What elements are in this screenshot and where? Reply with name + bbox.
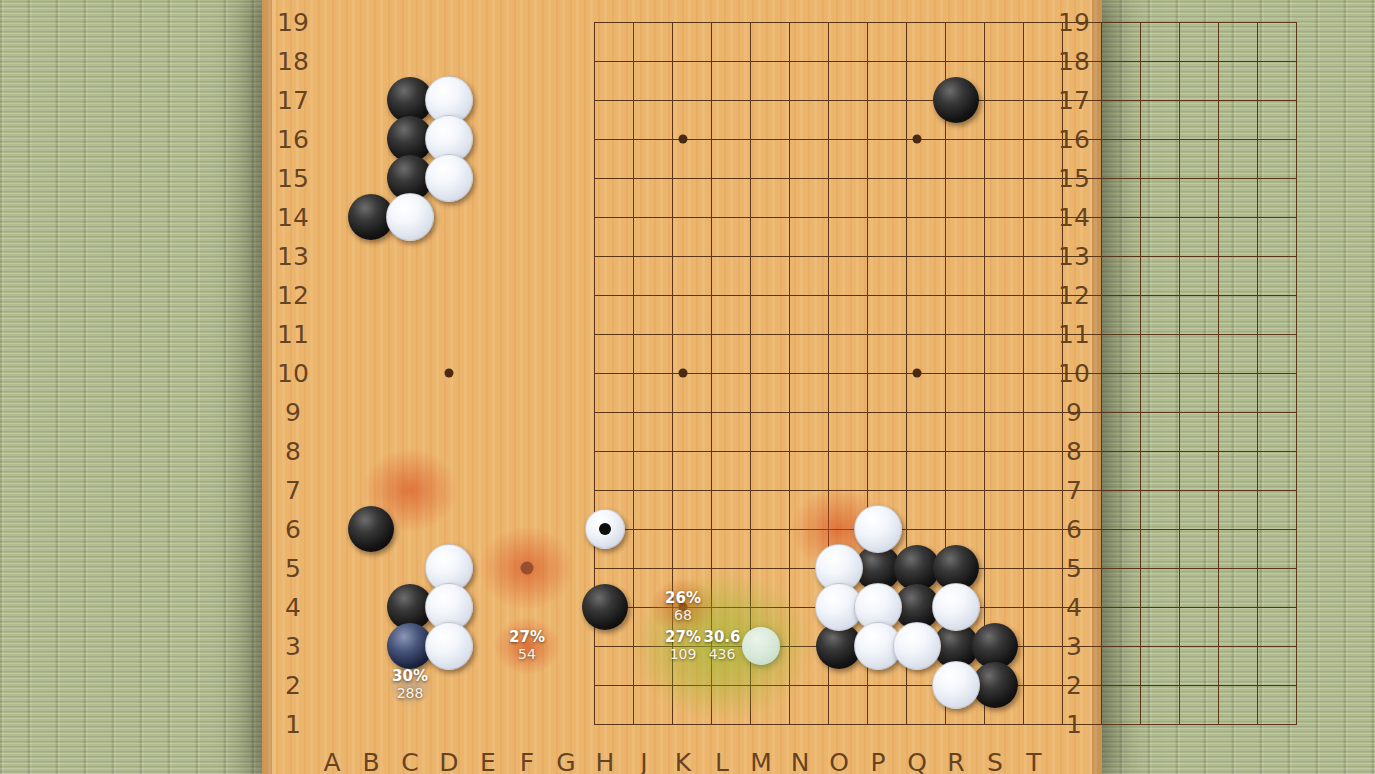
coord-column-label: K	[675, 748, 691, 774]
coord-row-label-left: 15	[277, 164, 309, 193]
coord-row-label-left: 17	[277, 86, 309, 115]
coord-column-label: M	[750, 748, 772, 774]
coord-column-label: S	[987, 748, 1003, 774]
white-stone[interactable]	[854, 505, 902, 553]
coord-row-label-right: 19	[1058, 8, 1090, 37]
coord-row-label-left: 4	[285, 593, 301, 622]
suggested-move-ghost-stone[interactable]	[742, 627, 780, 665]
coord-row-label-left: 7	[285, 476, 301, 505]
coord-row-label-left: 3	[285, 632, 301, 661]
coord-row-label-right: 17	[1058, 86, 1090, 115]
white-stone[interactable]	[425, 622, 473, 670]
star-point	[679, 369, 688, 378]
coord-column-label: A	[323, 748, 340, 774]
coord-column-label: O	[829, 748, 849, 774]
candidate-move-circle[interactable]	[388, 663, 432, 707]
black-stone[interactable]	[933, 77, 979, 123]
coord-row-label-right: 5	[1066, 554, 1082, 583]
coord-row-label-right: 8	[1066, 437, 1082, 466]
coord-row-label-right: 16	[1058, 125, 1090, 154]
coord-row-label-right: 15	[1058, 164, 1090, 193]
coord-row-label-right: 11	[1058, 320, 1090, 349]
white-stone[interactable]	[932, 661, 980, 709]
coord-row-label-right: 9	[1066, 398, 1082, 427]
coord-row-label-right: 1	[1066, 710, 1082, 739]
coord-row-label-left: 14	[277, 203, 309, 232]
black-stone[interactable]	[582, 584, 628, 630]
coord-row-label-left: 5	[285, 554, 301, 583]
star-point	[445, 369, 454, 378]
star-point	[913, 135, 922, 144]
coord-row-label-right: 2	[1066, 671, 1082, 700]
coord-row-label-left: 8	[285, 437, 301, 466]
star-point	[679, 603, 688, 612]
white-stone[interactable]	[932, 583, 980, 631]
coord-row-label-left: 18	[277, 47, 309, 76]
coord-row-label-right: 13	[1058, 242, 1090, 271]
white-stone[interactable]	[585, 509, 625, 549]
analysis-heat-dot	[521, 562, 534, 575]
black-stone[interactable]	[348, 506, 394, 552]
coord-row-label-left: 6	[285, 515, 301, 544]
white-stone[interactable]	[386, 193, 434, 241]
coord-row-label-left: 1	[285, 710, 301, 739]
coord-row-label-right: 10	[1058, 359, 1090, 388]
coord-column-label: Q	[907, 748, 927, 774]
coord-row-label-right: 18	[1058, 47, 1090, 76]
star-point	[679, 135, 688, 144]
coord-column-label: H	[596, 748, 615, 774]
white-stone[interactable]	[425, 154, 473, 202]
coord-row-label-left: 9	[285, 398, 301, 427]
coord-column-label: J	[640, 748, 647, 774]
coord-row-label-right: 7	[1066, 476, 1082, 505]
coord-row-label-right: 4	[1066, 593, 1082, 622]
coord-row-label-left: 2	[285, 671, 301, 700]
coord-column-label: E	[480, 748, 496, 774]
last-move-marker	[599, 523, 611, 535]
coord-column-label: T	[1026, 748, 1041, 774]
coord-row-label-right: 14	[1058, 203, 1090, 232]
go-app-stage: ABCDEFGHJKLMNOPQRST191918181717161615151…	[0, 0, 1375, 774]
coord-column-label: F	[520, 748, 534, 774]
coord-row-label-left: 11	[277, 320, 309, 349]
coord-column-label: G	[556, 748, 575, 774]
coord-column-label: P	[870, 748, 885, 774]
coord-column-label: D	[439, 748, 458, 774]
coord-row-label-left: 16	[277, 125, 309, 154]
star-point	[913, 369, 922, 378]
white-stone[interactable]	[893, 622, 941, 670]
coord-column-label: N	[791, 748, 810, 774]
coord-column-label: R	[947, 748, 964, 774]
coord-column-label: C	[401, 748, 418, 774]
coord-row-label-left: 13	[277, 242, 309, 271]
coord-row-label-right: 3	[1066, 632, 1082, 661]
coord-row-label-left: 10	[277, 359, 309, 388]
coord-row-label-right: 12	[1058, 281, 1090, 310]
coord-row-label-left: 19	[277, 8, 309, 37]
coord-column-label: L	[715, 748, 729, 774]
coord-column-label: B	[362, 748, 379, 774]
coord-row-label-right: 6	[1066, 515, 1082, 544]
coord-row-label-left: 12	[277, 281, 309, 310]
